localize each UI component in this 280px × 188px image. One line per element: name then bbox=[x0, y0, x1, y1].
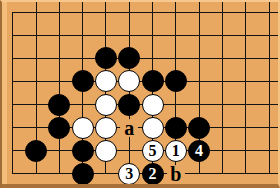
black-stone-c3-r6 bbox=[72, 140, 94, 162]
black-stone-c3-r3 bbox=[72, 70, 94, 92]
black-stone-c8-r5 bbox=[188, 117, 210, 139]
grid-line-v-0 bbox=[12, 12, 13, 175]
grid-line-v-9 bbox=[222, 2, 223, 174]
grid-line-v-11 bbox=[269, 2, 270, 174]
grid-line-v-10 bbox=[245, 2, 246, 174]
white-stone-move-5: 5 bbox=[142, 140, 164, 162]
white-stone-c5-r3 bbox=[118, 70, 140, 92]
white-stone-move-1: 1 bbox=[165, 140, 187, 162]
go-diagram-image: a51432b bbox=[0, 0, 280, 188]
white-stone-c4-r4 bbox=[95, 94, 117, 116]
white-stone-c6-r5 bbox=[142, 117, 164, 139]
go-board: a51432b bbox=[2, 2, 278, 184]
black-stone-c1-r6 bbox=[25, 140, 47, 162]
black-stone-c5-r2 bbox=[118, 47, 140, 69]
black-stone-c7-r5 bbox=[165, 117, 187, 139]
grid-line-h-0 bbox=[12, 12, 278, 13]
black-stone-move-2: 2 bbox=[142, 163, 164, 185]
white-stone-move-3: 3 bbox=[118, 163, 140, 185]
black-stone-c3-r7 bbox=[72, 163, 94, 185]
white-stone-c4-r6 bbox=[95, 140, 117, 162]
black-stone-c7-r3 bbox=[165, 70, 187, 92]
white-stone-c3-r5 bbox=[72, 117, 94, 139]
white-stone-c4-r5 bbox=[95, 117, 117, 139]
black-stone-move-4: 4 bbox=[188, 140, 210, 162]
white-stone-c4-r3 bbox=[95, 70, 117, 92]
grid-line-h-1 bbox=[12, 35, 278, 36]
black-stone-c2-r5 bbox=[48, 117, 70, 139]
black-stone-c5-r4 bbox=[118, 94, 140, 116]
point-label-b: b bbox=[167, 165, 185, 183]
grid-line-h-2 bbox=[12, 58, 278, 59]
white-stone-c6-r4 bbox=[142, 94, 164, 116]
grid-line-v-2 bbox=[59, 2, 60, 174]
black-stone-c2-r4 bbox=[48, 94, 70, 116]
black-stone-c6-r3 bbox=[142, 70, 164, 92]
point-label-a: a bbox=[120, 119, 138, 137]
black-stone-c4-r2 bbox=[95, 47, 117, 69]
